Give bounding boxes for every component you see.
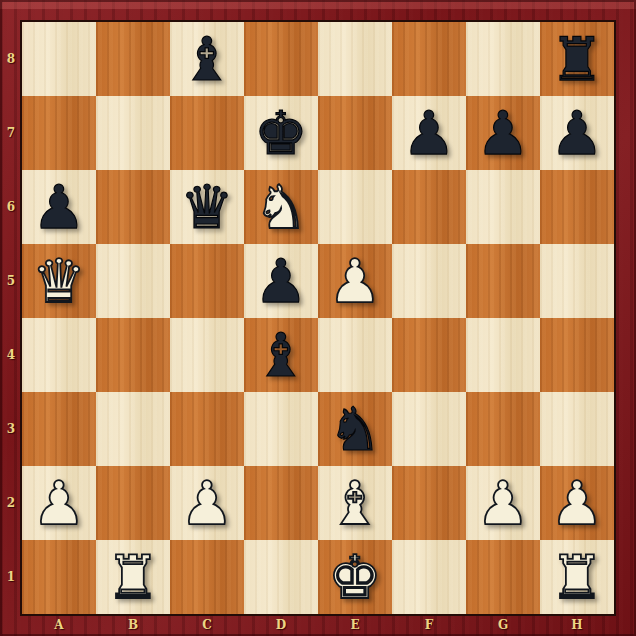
square-e8[interactable] bbox=[318, 22, 392, 96]
square-h6[interactable] bbox=[540, 170, 614, 244]
square-e2[interactable]: ♝ bbox=[318, 466, 392, 540]
square-h7[interactable]: ♟ bbox=[540, 96, 614, 170]
square-a1[interactable] bbox=[22, 540, 96, 614]
square-d1[interactable] bbox=[244, 540, 318, 614]
square-a5[interactable]: ♛ bbox=[22, 244, 96, 318]
file-label-a: A bbox=[22, 614, 96, 636]
square-g1[interactable] bbox=[466, 540, 540, 614]
piece-black-bishop[interactable]: ♝ bbox=[170, 22, 244, 96]
square-f4[interactable] bbox=[392, 318, 466, 392]
piece-white-rook[interactable]: ♜ bbox=[540, 540, 614, 614]
square-f6[interactable] bbox=[392, 170, 466, 244]
square-f2[interactable] bbox=[392, 466, 466, 540]
square-d4[interactable]: ♝ bbox=[244, 318, 318, 392]
square-a2[interactable]: ♟ bbox=[22, 466, 96, 540]
piece-white-knight[interactable]: ♞ bbox=[244, 170, 318, 244]
rank-label-2: 2 bbox=[0, 466, 22, 540]
piece-white-rook[interactable]: ♜ bbox=[96, 540, 170, 614]
square-b6[interactable] bbox=[96, 170, 170, 244]
piece-white-queen[interactable]: ♛ bbox=[22, 244, 96, 318]
file-label-b: B bbox=[96, 614, 170, 636]
square-d5[interactable]: ♟ bbox=[244, 244, 318, 318]
piece-white-pawn[interactable]: ♟ bbox=[466, 466, 540, 540]
rank-label-7: 7 bbox=[0, 96, 22, 170]
square-h3[interactable] bbox=[540, 392, 614, 466]
square-e1[interactable]: ♚ bbox=[318, 540, 392, 614]
piece-black-bishop[interactable]: ♝ bbox=[244, 318, 318, 392]
square-c2[interactable]: ♟ bbox=[170, 466, 244, 540]
piece-black-pawn[interactable]: ♟ bbox=[392, 96, 466, 170]
square-g2[interactable]: ♟ bbox=[466, 466, 540, 540]
piece-black-pawn[interactable]: ♟ bbox=[22, 170, 96, 244]
file-label-c: C bbox=[170, 614, 244, 636]
piece-black-queen[interactable]: ♛ bbox=[170, 170, 244, 244]
square-h2[interactable]: ♟ bbox=[540, 466, 614, 540]
file-label-g: G bbox=[466, 614, 540, 636]
square-h8[interactable]: ♜ bbox=[540, 22, 614, 96]
square-b3[interactable] bbox=[96, 392, 170, 466]
square-d3[interactable] bbox=[244, 392, 318, 466]
rank-label-6: 6 bbox=[0, 170, 22, 244]
square-f7[interactable]: ♟ bbox=[392, 96, 466, 170]
square-d8[interactable] bbox=[244, 22, 318, 96]
square-d2[interactable] bbox=[244, 466, 318, 540]
square-g4[interactable] bbox=[466, 318, 540, 392]
square-h4[interactable] bbox=[540, 318, 614, 392]
file-label-e: E bbox=[318, 614, 392, 636]
square-e4[interactable] bbox=[318, 318, 392, 392]
piece-black-pawn[interactable]: ♟ bbox=[244, 244, 318, 318]
rank-label-5: 5 bbox=[0, 244, 22, 318]
piece-white-bishop[interactable]: ♝ bbox=[318, 466, 392, 540]
piece-white-pawn[interactable]: ♟ bbox=[22, 466, 96, 540]
square-b4[interactable] bbox=[96, 318, 170, 392]
file-label-h: H bbox=[540, 614, 614, 636]
square-c4[interactable] bbox=[170, 318, 244, 392]
square-f1[interactable] bbox=[392, 540, 466, 614]
square-c7[interactable] bbox=[170, 96, 244, 170]
square-e3[interactable]: ♞ bbox=[318, 392, 392, 466]
square-f3[interactable] bbox=[392, 392, 466, 466]
square-a4[interactable] bbox=[22, 318, 96, 392]
square-b7[interactable] bbox=[96, 96, 170, 170]
square-c3[interactable] bbox=[170, 392, 244, 466]
piece-black-pawn[interactable]: ♟ bbox=[540, 96, 614, 170]
piece-white-pawn[interactable]: ♟ bbox=[170, 466, 244, 540]
piece-black-rook[interactable]: ♜ bbox=[540, 22, 614, 96]
square-c8[interactable]: ♝ bbox=[170, 22, 244, 96]
square-h1[interactable]: ♜ bbox=[540, 540, 614, 614]
square-a7[interactable] bbox=[22, 96, 96, 170]
piece-black-knight[interactable]: ♞ bbox=[318, 392, 392, 466]
rank-label-4: 4 bbox=[0, 318, 22, 392]
rank-label-3: 3 bbox=[0, 392, 22, 466]
square-a3[interactable] bbox=[22, 392, 96, 466]
square-f8[interactable] bbox=[392, 22, 466, 96]
square-d6[interactable]: ♞ bbox=[244, 170, 318, 244]
square-g7[interactable]: ♟ bbox=[466, 96, 540, 170]
rank-label-1: 1 bbox=[0, 540, 22, 614]
square-e5[interactable]: ♟ bbox=[318, 244, 392, 318]
piece-white-king[interactable]: ♚ bbox=[318, 540, 392, 614]
piece-white-pawn[interactable]: ♟ bbox=[540, 466, 614, 540]
board-frame: ♝♜♚♟♟♟♟♛♞♛♟♟♝♞♟♟♝♟♟♜♚♜ 87654321 ABCDEFGH bbox=[0, 0, 636, 636]
square-g6[interactable] bbox=[466, 170, 540, 244]
square-b1[interactable]: ♜ bbox=[96, 540, 170, 614]
rank-label-8: 8 bbox=[0, 22, 22, 96]
square-c1[interactable] bbox=[170, 540, 244, 614]
square-g5[interactable] bbox=[466, 244, 540, 318]
square-e7[interactable] bbox=[318, 96, 392, 170]
square-h5[interactable] bbox=[540, 244, 614, 318]
square-g3[interactable] bbox=[466, 392, 540, 466]
file-label-f: F bbox=[392, 614, 466, 636]
piece-white-pawn[interactable]: ♟ bbox=[318, 244, 392, 318]
square-b8[interactable] bbox=[96, 22, 170, 96]
chess-board: ♝♜♚♟♟♟♟♛♞♛♟♟♝♞♟♟♝♟♟♜♚♜ bbox=[22, 22, 614, 614]
square-f5[interactable] bbox=[392, 244, 466, 318]
square-e6[interactable] bbox=[318, 170, 392, 244]
square-a6[interactable]: ♟ bbox=[22, 170, 96, 244]
square-b5[interactable] bbox=[96, 244, 170, 318]
square-c6[interactable]: ♛ bbox=[170, 170, 244, 244]
square-a8[interactable] bbox=[22, 22, 96, 96]
square-g8[interactable] bbox=[466, 22, 540, 96]
piece-black-pawn[interactable]: ♟ bbox=[466, 96, 540, 170]
square-d7[interactable]: ♚ bbox=[244, 96, 318, 170]
square-c5[interactable] bbox=[170, 244, 244, 318]
square-b2[interactable] bbox=[96, 466, 170, 540]
file-label-d: D bbox=[244, 614, 318, 636]
piece-black-king[interactable]: ♚ bbox=[244, 96, 318, 170]
